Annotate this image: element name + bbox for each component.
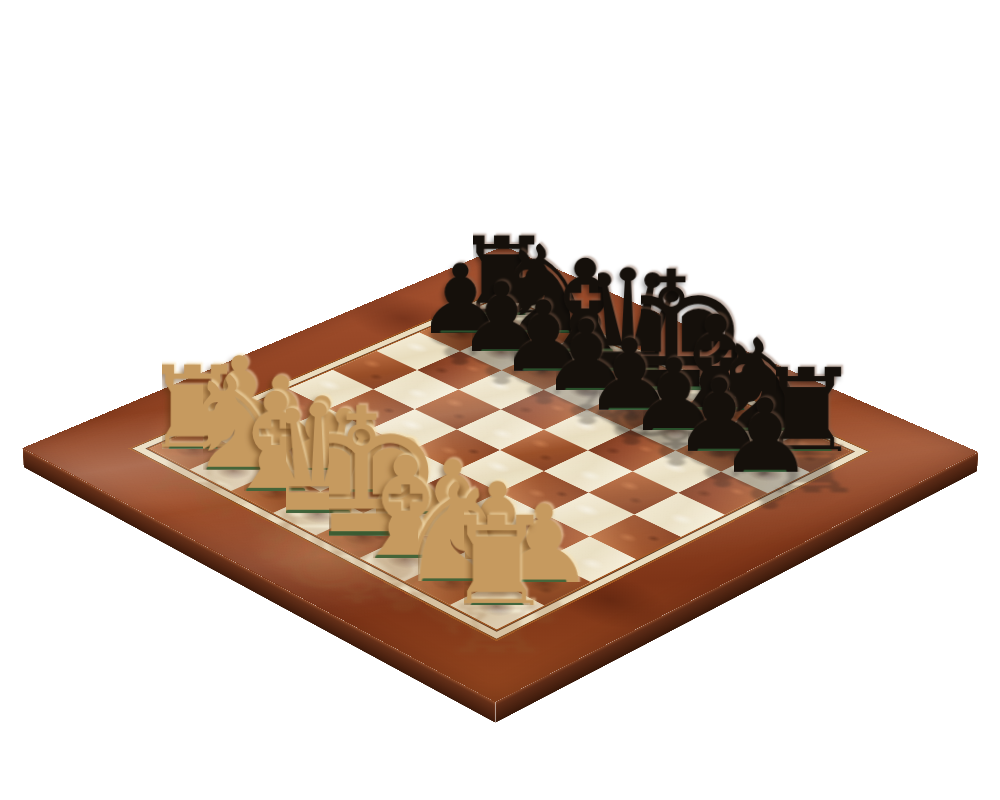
piece-shadow (597, 396, 661, 426)
chess-board: ♜♜♞♞♝♝♛♛♚♚♝♝♞♞♜♜♟♟♟♟♟♟♟♟♟♟♟♟♟♟♟♟♟♟♟♟♟♟♟♟… (22, 246, 978, 702)
piece-shadow (242, 476, 308, 508)
piece-black-rook-h8: ♜ (776, 339, 838, 451)
board-border-band: ♜♜♞♞♝♝♛♛♚♚♝♝♞♞♜♜♟♟♟♟♟♟♟♟♟♟♟♟♟♟♟♟♟♟♟♟♟♟♟♟… (128, 288, 872, 641)
piece-shadow (732, 457, 798, 488)
piece-shadow (327, 520, 394, 553)
product-photo-scene: ♜♜♞♞♝♝♛♛♚♚♝♝♞♞♜♜♟♟♟♟♟♟♟♟♟♟♟♟♟♟♟♟♟♟♟♟♟♟♟♟… (0, 0, 1000, 800)
piece-shadow (461, 589, 531, 624)
piece-black-rook-a8: ♜ (473, 209, 531, 314)
piece-white-pawn-a2: ♟ (209, 330, 270, 428)
piece-shadow (248, 435, 313, 466)
piece-white-rook-a1: ♜ (162, 337, 224, 449)
